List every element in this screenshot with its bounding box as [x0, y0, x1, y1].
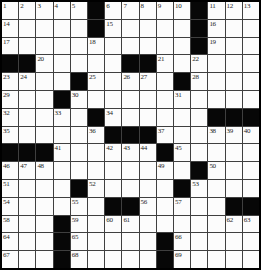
white-cell-r13c5[interactable]: 59 — [71, 216, 87, 233]
clue-number-3: 3 — [37, 2, 40, 10]
white-cell-r15c11[interactable]: 69 — [174, 251, 190, 268]
white-cell-r15c5[interactable]: 68 — [71, 251, 87, 268]
white-cell-r3c14[interactable] — [226, 38, 242, 55]
white-cell-r12c6[interactable] — [88, 198, 104, 215]
white-cell-r14c3[interactable] — [36, 233, 52, 250]
clue-number-48: 48 — [37, 162, 43, 170]
clue-number-57: 57 — [175, 198, 181, 206]
white-cell-r11c13[interactable] — [208, 180, 224, 197]
white-cell-r9c11[interactable]: 45 — [174, 144, 190, 161]
white-cell-r14c6[interactable] — [88, 233, 104, 250]
white-cell-r11c6[interactable]: 52 — [88, 180, 104, 197]
clue-number-62: 62 — [227, 216, 233, 224]
white-cell-r5c9[interactable]: 27 — [140, 73, 156, 90]
white-cell-r8c15[interactable]: 40 — [243, 127, 259, 144]
white-cell-r2c1[interactable]: 14 — [2, 20, 18, 37]
white-cell-r13c7[interactable]: 60 — [105, 216, 121, 233]
clue-number-46: 46 — [3, 162, 9, 170]
white-cell-r15c15[interactable] — [243, 251, 259, 268]
white-cell-r1c14[interactable]: 12 — [226, 2, 242, 19]
white-cell-r4c12[interactable]: 22 — [191, 55, 207, 72]
clue-number-44: 44 — [141, 144, 147, 152]
black-cell-r7c15 — [243, 109, 259, 126]
clue-number-7: 7 — [123, 2, 126, 10]
black-cell-r11c5 — [71, 180, 87, 197]
clue-number-12: 12 — [227, 2, 233, 10]
clue-number-63: 63 — [244, 216, 250, 224]
clue-number-53: 53 — [192, 180, 198, 188]
black-cell-r10c12 — [191, 162, 207, 179]
black-cell-r11c11 — [174, 180, 190, 197]
clue-number-6: 6 — [106, 2, 109, 10]
white-cell-r1c5[interactable]: 5 — [71, 2, 87, 19]
white-cell-r10c7[interactable] — [105, 162, 121, 179]
white-cell-r9c15[interactable] — [243, 144, 259, 161]
white-cell-r9c8[interactable]: 43 — [122, 144, 138, 161]
white-cell-r4c6[interactable] — [88, 55, 104, 72]
white-cell-r7c4[interactable]: 33 — [54, 109, 70, 126]
white-cell-r1c7[interactable]: 6 — [105, 2, 121, 19]
white-cell-r3c2[interactable] — [19, 38, 35, 55]
black-cell-r4c1 — [2, 55, 18, 72]
white-cell-r13c1[interactable]: 58 — [2, 216, 18, 233]
white-cell-r13c3[interactable] — [36, 216, 52, 233]
black-cell-r3c12 — [191, 38, 207, 55]
white-cell-r2c8[interactable] — [122, 20, 138, 37]
white-cell-r14c2[interactable] — [19, 233, 35, 250]
white-cell-r14c5[interactable]: 65 — [71, 233, 87, 250]
clue-number-29: 29 — [3, 91, 9, 99]
white-cell-r4c14[interactable] — [226, 55, 242, 72]
black-cell-r7c14 — [226, 109, 242, 126]
white-cell-r11c15[interactable] — [243, 180, 259, 197]
white-cell-r11c1[interactable]: 51 — [2, 180, 18, 197]
white-cell-r11c12[interactable]: 53 — [191, 180, 207, 197]
white-cell-r7c11[interactable] — [174, 109, 190, 126]
black-cell-r8c8 — [122, 127, 138, 144]
clue-number-35: 35 — [3, 127, 9, 135]
clue-number-4: 4 — [55, 2, 58, 10]
white-cell-r12c1[interactable]: 54 — [2, 198, 18, 215]
white-cell-r1c10[interactable]: 9 — [157, 2, 173, 19]
clue-number-59: 59 — [72, 216, 78, 224]
white-cell-r11c4[interactable] — [54, 180, 70, 197]
clue-number-26: 26 — [123, 73, 129, 81]
white-cell-r14c15[interactable] — [243, 233, 259, 250]
black-cell-r12c8 — [122, 198, 138, 215]
white-cell-r2c5[interactable] — [71, 20, 87, 37]
white-cell-r12c5[interactable]: 55 — [71, 198, 87, 215]
white-cell-r3c15[interactable] — [243, 38, 259, 55]
white-cell-r11c3[interactable] — [36, 180, 52, 197]
clue-number-32: 32 — [3, 109, 9, 117]
black-cell-r13c4 — [54, 216, 70, 233]
clue-number-42: 42 — [106, 144, 112, 152]
white-cell-r5c4[interactable] — [54, 73, 70, 90]
white-cell-r3c3[interactable] — [36, 38, 52, 55]
clue-number-18: 18 — [89, 38, 95, 46]
white-cell-r6c10[interactable] — [157, 91, 173, 108]
clue-number-52: 52 — [89, 180, 95, 188]
white-cell-r15c2[interactable] — [19, 251, 35, 268]
clue-number-11: 11 — [209, 2, 215, 10]
white-cell-r2c4[interactable] — [54, 20, 70, 37]
white-cell-r4c13[interactable] — [208, 55, 224, 72]
black-cell-r4c8 — [122, 55, 138, 72]
clue-number-45: 45 — [175, 144, 181, 152]
black-cell-r2c12 — [191, 20, 207, 37]
white-cell-r9c7[interactable]: 42 — [105, 144, 121, 161]
white-cell-r6c14[interactable] — [226, 91, 242, 108]
white-cell-r5c7[interactable] — [105, 73, 121, 90]
white-cell-r8c6[interactable]: 36 — [88, 127, 104, 144]
white-cell-r8c1[interactable]: 35 — [2, 127, 18, 144]
white-cell-r4c15[interactable] — [243, 55, 259, 72]
clue-number-36: 36 — [89, 127, 95, 135]
black-cell-r14c4 — [54, 233, 70, 250]
clue-number-28: 28 — [192, 73, 198, 81]
white-cell-r7c12[interactable] — [191, 109, 207, 126]
white-cell-r6c3[interactable] — [36, 91, 52, 108]
white-cell-r12c3[interactable] — [36, 198, 52, 215]
white-cell-r10c9[interactable] — [140, 162, 156, 179]
white-cell-r6c11[interactable]: 31 — [174, 91, 190, 108]
white-cell-r14c1[interactable]: 64 — [2, 233, 18, 250]
clue-number-1: 1 — [3, 2, 6, 10]
white-cell-r8c13[interactable]: 38 — [208, 127, 224, 144]
white-cell-r5c15[interactable] — [243, 73, 259, 90]
white-cell-r8c12[interactable] — [191, 127, 207, 144]
black-cell-r14c10 — [157, 233, 173, 250]
white-cell-r12c4[interactable] — [54, 198, 70, 215]
white-cell-r3c6[interactable]: 18 — [88, 38, 104, 55]
white-cell-r3c8[interactable] — [122, 38, 138, 55]
white-cell-r2c15[interactable] — [243, 20, 259, 37]
white-cell-r10c4[interactable] — [54, 162, 70, 179]
white-cell-r7c10[interactable] — [157, 109, 173, 126]
clue-number-31: 31 — [175, 91, 181, 99]
clue-number-24: 24 — [20, 73, 26, 81]
clue-number-40: 40 — [244, 127, 250, 135]
white-cell-r12c10[interactable] — [157, 198, 173, 215]
white-cell-r3c10[interactable] — [157, 38, 173, 55]
white-cell-r1c13[interactable]: 11 — [208, 2, 224, 19]
white-cell-r15c14[interactable] — [226, 251, 242, 268]
white-cell-r8c4[interactable] — [54, 127, 70, 144]
white-cell-r15c1[interactable]: 67 — [2, 251, 18, 268]
black-cell-r9c2 — [19, 144, 35, 161]
black-cell-r1c12 — [191, 2, 207, 19]
white-cell-r3c4[interactable] — [54, 38, 70, 55]
white-cell-r1c4[interactable]: 4 — [54, 2, 70, 19]
white-cell-r7c5[interactable] — [71, 109, 87, 126]
white-cell-r10c6[interactable] — [88, 162, 104, 179]
white-cell-r13c8[interactable]: 61 — [122, 216, 138, 233]
clue-number-69: 69 — [175, 251, 181, 259]
white-cell-r14c11[interactable]: 66 — [174, 233, 190, 250]
white-cell-r15c9[interactable] — [140, 251, 156, 268]
black-cell-r15c10 — [157, 251, 173, 268]
clue-number-39: 39 — [227, 127, 233, 135]
white-cell-r10c5[interactable] — [71, 162, 87, 179]
white-cell-r9c14[interactable] — [226, 144, 242, 161]
clue-number-65: 65 — [72, 233, 78, 241]
white-cell-r14c9[interactable] — [140, 233, 156, 250]
white-cell-r5c13[interactable] — [208, 73, 224, 90]
white-cell-r11c9[interactable] — [140, 180, 156, 197]
clue-number-37: 37 — [158, 127, 164, 135]
clue-number-68: 68 — [72, 251, 78, 259]
white-cell-r2c7[interactable]: 15 — [105, 20, 121, 37]
white-cell-r13c10[interactable] — [157, 216, 173, 233]
white-cell-r14c13[interactable] — [208, 233, 224, 250]
white-cell-r4c4[interactable] — [54, 55, 70, 72]
white-cell-r7c2[interactable] — [19, 109, 35, 126]
white-cell-r3c7[interactable] — [105, 38, 121, 55]
white-cell-r8c5[interactable] — [71, 127, 87, 144]
white-cell-r7c8[interactable] — [122, 109, 138, 126]
white-cell-r11c8[interactable] — [122, 180, 138, 197]
white-cell-r15c13[interactable] — [208, 251, 224, 268]
black-cell-r7c6 — [88, 109, 104, 126]
white-cell-r1c2[interactable]: 2 — [19, 2, 35, 19]
white-cell-r2c14[interactable] — [226, 20, 242, 37]
white-cell-r13c13[interactable] — [208, 216, 224, 233]
black-cell-r1c6 — [88, 2, 104, 19]
white-cell-r13c15[interactable]: 63 — [243, 216, 259, 233]
clue-number-47: 47 — [20, 162, 26, 170]
white-cell-r14c12[interactable] — [191, 233, 207, 250]
white-cell-r6c7[interactable] — [105, 91, 121, 108]
white-cell-r2c13[interactable]: 16 — [208, 20, 224, 37]
white-cell-r9c13[interactable] — [208, 144, 224, 161]
white-cell-r10c11[interactable] — [174, 162, 190, 179]
white-cell-r13c14[interactable]: 62 — [226, 216, 242, 233]
clue-number-25: 25 — [89, 73, 95, 81]
white-cell-r5c3[interactable] — [36, 73, 52, 90]
white-cell-r10c3[interactable]: 48 — [36, 162, 52, 179]
black-cell-r8c7 — [105, 127, 121, 144]
clue-number-66: 66 — [175, 233, 181, 241]
white-cell-r7c9[interactable] — [140, 109, 156, 126]
crossword-grid: 1234567891011121314151617181920212223242… — [0, 0, 261, 270]
clue-number-10: 10 — [175, 2, 181, 10]
white-cell-r6c13[interactable] — [208, 91, 224, 108]
clue-number-49: 49 — [158, 162, 164, 170]
black-cell-r4c9 — [140, 55, 156, 72]
black-cell-r12c7 — [105, 198, 121, 215]
clue-number-2: 2 — [20, 2, 23, 10]
clue-number-61: 61 — [123, 216, 129, 224]
white-cell-r10c8[interactable] — [122, 162, 138, 179]
white-cell-r2c10[interactable] — [157, 20, 173, 37]
clue-number-55: 55 — [72, 198, 78, 206]
clue-number-15: 15 — [106, 20, 112, 28]
white-cell-r6c15[interactable] — [243, 91, 259, 108]
white-cell-r15c6[interactable] — [88, 251, 104, 268]
black-cell-r12c14 — [226, 198, 242, 215]
white-cell-r3c13[interactable]: 19 — [208, 38, 224, 55]
white-cell-r14c8[interactable] — [122, 233, 138, 250]
white-cell-r8c3[interactable] — [36, 127, 52, 144]
white-cell-r14c14[interactable] — [226, 233, 242, 250]
white-cell-r1c3[interactable]: 3 — [36, 2, 52, 19]
black-cell-r9c1 — [2, 144, 18, 161]
white-cell-r6c9[interactable] — [140, 91, 156, 108]
clue-number-16: 16 — [209, 20, 215, 28]
white-cell-r13c6[interactable] — [88, 216, 104, 233]
white-cell-r13c11[interactable] — [174, 216, 190, 233]
white-cell-r10c1[interactable]: 46 — [2, 162, 18, 179]
white-cell-r4c11[interactable] — [174, 55, 190, 72]
white-cell-r3c9[interactable] — [140, 38, 156, 55]
white-cell-r9c4[interactable]: 41 — [54, 144, 70, 161]
white-cell-r9c9[interactable]: 44 — [140, 144, 156, 161]
clue-number-5: 5 — [72, 2, 75, 10]
white-cell-r10c14[interactable] — [226, 162, 242, 179]
white-cell-r2c11[interactable] — [174, 20, 190, 37]
white-cell-r1c15[interactable]: 13 — [243, 2, 259, 19]
white-cell-r11c10[interactable] — [157, 180, 173, 197]
white-cell-r2c2[interactable] — [19, 20, 35, 37]
white-cell-r8c10[interactable]: 37 — [157, 127, 173, 144]
clue-number-43: 43 — [123, 144, 129, 152]
white-cell-r9c12[interactable] — [191, 144, 207, 161]
white-cell-r14c7[interactable] — [105, 233, 121, 250]
clue-number-58: 58 — [3, 216, 9, 224]
white-cell-r15c8[interactable] — [122, 251, 138, 268]
white-cell-r9c5[interactable] — [71, 144, 87, 161]
white-cell-r3c5[interactable] — [71, 38, 87, 55]
white-cell-r1c9[interactable]: 8 — [140, 2, 156, 19]
white-cell-r6c6[interactable] — [88, 91, 104, 108]
white-cell-r2c9[interactable] — [140, 20, 156, 37]
clue-number-41: 41 — [55, 144, 61, 152]
black-cell-r12c15 — [243, 198, 259, 215]
white-cell-r8c2[interactable] — [19, 127, 35, 144]
white-cell-r10c15[interactable] — [243, 162, 259, 179]
black-cell-r6c4 — [54, 91, 70, 108]
white-cell-r6c8[interactable] — [122, 91, 138, 108]
black-cell-r4c2 — [19, 55, 35, 72]
white-cell-r7c1[interactable]: 32 — [2, 109, 18, 126]
white-cell-r4c5[interactable] — [71, 55, 87, 72]
black-cell-r2c6 — [88, 20, 104, 37]
white-cell-r12c9[interactable]: 56 — [140, 198, 156, 215]
white-cell-r6c1[interactable]: 29 — [2, 91, 18, 108]
white-cell-r1c1[interactable]: 1 — [2, 2, 18, 19]
white-cell-r1c11[interactable]: 10 — [174, 2, 190, 19]
clue-number-30: 30 — [72, 91, 78, 99]
clue-number-50: 50 — [209, 162, 215, 170]
white-cell-r10c13[interactable]: 50 — [208, 162, 224, 179]
clue-number-22: 22 — [192, 55, 198, 63]
white-cell-r13c12[interactable] — [191, 216, 207, 233]
white-cell-r4c10[interactable]: 21 — [157, 55, 173, 72]
clue-number-60: 60 — [106, 216, 112, 224]
black-cell-r15c4 — [54, 251, 70, 268]
white-cell-r8c14[interactable]: 39 — [226, 127, 242, 144]
white-cell-r11c2[interactable] — [19, 180, 35, 197]
clue-number-8: 8 — [141, 2, 144, 10]
clue-number-54: 54 — [3, 198, 9, 206]
white-cell-r12c12[interactable] — [191, 198, 207, 215]
white-cell-r4c7[interactable] — [105, 55, 121, 72]
white-cell-r5c14[interactable] — [226, 73, 242, 90]
white-cell-r3c11[interactable] — [174, 38, 190, 55]
white-cell-r12c11[interactable]: 57 — [174, 198, 190, 215]
clue-number-27: 27 — [141, 73, 147, 81]
white-cell-r6c2[interactable] — [19, 91, 35, 108]
white-cell-r5c8[interactable]: 26 — [122, 73, 138, 90]
clue-number-9: 9 — [158, 2, 161, 10]
clue-number-34: 34 — [106, 109, 112, 117]
clue-number-21: 21 — [158, 55, 164, 63]
white-cell-r1c8[interactable]: 7 — [122, 2, 138, 19]
clue-number-51: 51 — [3, 180, 9, 188]
clue-number-13: 13 — [244, 2, 250, 10]
white-cell-r13c2[interactable] — [19, 216, 35, 233]
clue-number-67: 67 — [3, 251, 9, 259]
white-cell-r11c14[interactable] — [226, 180, 242, 197]
white-cell-r5c2[interactable]: 24 — [19, 73, 35, 90]
white-cell-r5c6[interactable]: 25 — [88, 73, 104, 90]
white-cell-r11c7[interactable] — [105, 180, 121, 197]
white-cell-r10c10[interactable]: 49 — [157, 162, 173, 179]
white-cell-r8c11[interactable] — [174, 127, 190, 144]
white-cell-r5c1[interactable]: 23 — [2, 73, 18, 90]
white-cell-r13c9[interactable] — [140, 216, 156, 233]
black-cell-r9c3 — [36, 144, 52, 161]
clue-number-20: 20 — [37, 55, 43, 63]
clue-number-17: 17 — [3, 38, 9, 46]
white-cell-r6c12[interactable] — [191, 91, 207, 108]
black-cell-r8c9 — [140, 127, 156, 144]
white-cell-r9c6[interactable] — [88, 144, 104, 161]
white-cell-r15c12[interactable] — [191, 251, 207, 268]
white-cell-r12c13[interactable] — [208, 198, 224, 215]
white-cell-r3c1[interactable]: 17 — [2, 38, 18, 55]
white-cell-r4c3[interactable]: 20 — [36, 55, 52, 72]
white-cell-r6c5[interactable]: 30 — [71, 91, 87, 108]
white-cell-r15c3[interactable] — [36, 251, 52, 268]
white-cell-r10c2[interactable]: 47 — [19, 162, 35, 179]
clue-number-33: 33 — [55, 109, 61, 117]
clue-number-56: 56 — [141, 198, 147, 206]
white-cell-r7c3[interactable] — [36, 109, 52, 126]
black-cell-r7c13 — [208, 109, 224, 126]
white-cell-r2c3[interactable] — [36, 20, 52, 37]
black-cell-r5c5 — [71, 73, 87, 90]
clue-number-23: 23 — [3, 73, 9, 81]
white-cell-r7c7[interactable]: 34 — [105, 109, 121, 126]
white-cell-r5c10[interactable] — [157, 73, 173, 90]
white-cell-r12c2[interactable] — [19, 198, 35, 215]
clue-number-14: 14 — [3, 20, 9, 28]
clue-number-64: 64 — [3, 233, 9, 241]
clue-number-38: 38 — [209, 127, 215, 135]
black-cell-r5c11 — [174, 73, 190, 90]
black-cell-r9c10 — [157, 144, 173, 161]
clue-number-19: 19 — [209, 38, 215, 46]
white-cell-r15c7[interactable] — [105, 251, 121, 268]
white-cell-r5c12[interactable]: 28 — [191, 73, 207, 90]
